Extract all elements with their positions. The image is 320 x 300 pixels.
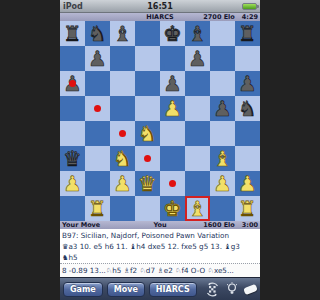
square-f7[interactable]: ♟ (185, 46, 210, 71)
battery-icon (242, 3, 257, 10)
square-a3[interactable]: ♛ (60, 146, 85, 171)
hint-dot (144, 155, 151, 162)
black-queen-piece: ♛ (60, 146, 85, 171)
square-c1[interactable] (110, 196, 135, 221)
square-d5[interactable] (135, 96, 160, 121)
square-f1[interactable]: ♝ (185, 196, 210, 221)
black-pawn-piece: ♟ (185, 46, 210, 71)
square-a2[interactable]: ♟ (60, 171, 85, 196)
square-g3[interactable]: ♝ (210, 146, 235, 171)
square-a6[interactable]: ♟ (60, 71, 85, 96)
white-pawn-piece: ♟ (210, 171, 235, 196)
square-h4[interactable] (235, 121, 260, 146)
square-a1[interactable] (60, 196, 85, 221)
square-c3[interactable]: ♞ (110, 146, 135, 171)
black-pawn-piece: ♟ (210, 96, 235, 121)
square-d8[interactable] (135, 21, 160, 46)
clock-time: 16:51 (60, 2, 260, 11)
hiarcs-button[interactable]: HIARCS (149, 282, 197, 297)
square-d2[interactable]: ♛ (135, 171, 160, 196)
white-pawn-piece: ♟ (160, 96, 185, 121)
square-b5[interactable] (85, 96, 110, 121)
square-f5[interactable] (185, 96, 210, 121)
square-b4[interactable] (85, 121, 110, 146)
black-knight-piece: ♞ (235, 96, 260, 121)
square-e5[interactable]: ♟ (160, 96, 185, 121)
square-d4[interactable]: ♞ (135, 121, 160, 146)
square-e1[interactable]: ♚ (160, 196, 185, 221)
square-h1[interactable]: ♜ (235, 196, 260, 221)
white-bishop-piece: ♝ (210, 146, 235, 171)
hint-lightbulb-icon[interactable] (225, 282, 239, 297)
white-rook-piece: ♜ (85, 196, 110, 221)
square-e8[interactable]: ♚ (160, 21, 185, 46)
square-f3[interactable] (185, 146, 210, 171)
square-a4[interactable] (60, 121, 85, 146)
player-rating: 1600 Elo (203, 221, 235, 229)
flip-board-icon[interactable] (205, 282, 220, 297)
black-pawn-piece: ♟ (85, 46, 110, 71)
square-h3[interactable] (235, 146, 260, 171)
square-h2[interactable]: ♟ (235, 171, 260, 196)
square-h5[interactable]: ♞ (235, 96, 260, 121)
square-d7[interactable] (135, 46, 160, 71)
square-d1[interactable] (135, 196, 160, 221)
white-knight-piece: ♞ (135, 121, 160, 146)
white-bishop-piece: ♝ (185, 196, 210, 221)
white-pawn-piece: ♟ (235, 171, 260, 196)
square-h8[interactable]: ♜ (235, 21, 260, 46)
white-pawn-piece: ♟ (60, 171, 85, 196)
square-b2[interactable] (85, 171, 110, 196)
hint-dot (119, 130, 126, 137)
square-b1[interactable]: ♜ (85, 196, 110, 221)
white-knight-piece: ♞ (110, 146, 135, 171)
chess-board[interactable]: ♜♞♝♚♝♜♟♟♟♟♟♟♟♞♞♛♞♝♟♟♛♟♟♜♚♝♜ (60, 21, 260, 221)
ios-status-bar: iPod 16:51 (60, 0, 260, 13)
square-b6[interactable] (85, 71, 110, 96)
square-d3[interactable] (135, 146, 160, 171)
square-f4[interactable] (185, 121, 210, 146)
square-e7[interactable] (160, 46, 185, 71)
square-a7[interactable] (60, 46, 85, 71)
hiarcs-chess-screen: iPod 16:51 HIARCS 2700 Elo 4:29 ♜♞♝♚♝♜♟♟… (60, 0, 260, 300)
square-e6[interactable]: ♟ (160, 71, 185, 96)
square-a5[interactable] (60, 96, 85, 121)
bottom-toolbar: Game Move HIARCS (60, 277, 260, 300)
white-rook-piece: ♜ (235, 196, 260, 221)
square-g7[interactable] (210, 46, 235, 71)
square-c4[interactable] (110, 121, 135, 146)
move-line: ♞h5 (62, 252, 258, 263)
black-pawn-piece: ♟ (235, 71, 260, 96)
black-bishop-piece: ♝ (110, 21, 135, 46)
square-d6[interactable] (135, 71, 160, 96)
square-g1[interactable] (210, 196, 235, 221)
move-button[interactable]: Move (107, 282, 145, 297)
square-c6[interactable] (110, 71, 135, 96)
player-clock: 3:00 (242, 221, 258, 229)
square-e2[interactable] (160, 171, 185, 196)
white-pawn-piece: ♟ (110, 171, 135, 196)
square-c2[interactable]: ♟ (110, 171, 135, 196)
player-bar: Your Move You 1600 Elo 3:00 (60, 221, 260, 229)
eraser-icon[interactable] (243, 283, 258, 294)
move-line: ♛a3 10. e5 h6 11. ♝h4 dxe5 12. fxe5 g5 1… (62, 241, 258, 252)
square-h6[interactable]: ♟ (235, 71, 260, 96)
hint-dot (169, 180, 176, 187)
square-e3[interactable] (160, 146, 185, 171)
square-b3[interactable] (85, 146, 110, 171)
square-g5[interactable]: ♟ (210, 96, 235, 121)
square-b8[interactable]: ♞ (85, 21, 110, 46)
square-g8[interactable] (210, 21, 235, 46)
black-knight-piece: ♞ (85, 21, 110, 46)
square-g4[interactable] (210, 121, 235, 146)
move-list[interactable]: B97: Sicilian, Najdorf, Poisoned Pawn Va… (60, 229, 260, 263)
square-f8[interactable]: ♝ (185, 21, 210, 46)
black-bishop-piece: ♝ (185, 21, 210, 46)
opening-name: B97: Sicilian, Najdorf, Poisoned Pawn Va… (62, 230, 258, 241)
square-c5[interactable] (110, 96, 135, 121)
opponent-clock: 4:29 (242, 13, 258, 21)
hint-dot (69, 80, 76, 87)
square-f6[interactable] (185, 71, 210, 96)
square-a8[interactable]: ♜ (60, 21, 85, 46)
square-c8[interactable]: ♝ (110, 21, 135, 46)
opponent-bar: HIARCS 2700 Elo 4:29 (60, 13, 260, 21)
square-e4[interactable] (160, 121, 185, 146)
black-rook-piece: ♜ (60, 21, 85, 46)
square-h7[interactable] (235, 46, 260, 71)
engine-analysis-line: 8 -0.89 13...♘h5 ♗f2 ♘d7 ♗e2 ♘f4 O-O ♘xe… (60, 263, 260, 277)
opponent-rating: 2700 Elo (203, 13, 235, 21)
black-rook-piece: ♜ (235, 21, 260, 46)
black-king-piece: ♚ (160, 21, 185, 46)
white-queen-piece: ♛ (135, 171, 160, 196)
black-pawn-piece: ♟ (160, 71, 185, 96)
game-button[interactable]: Game (63, 282, 103, 297)
square-g2[interactable]: ♟ (210, 171, 235, 196)
square-g6[interactable] (210, 71, 235, 96)
square-c7[interactable] (110, 46, 135, 71)
hint-dot (94, 105, 101, 112)
white-king-piece: ♚ (160, 196, 185, 221)
square-b7[interactable]: ♟ (85, 46, 110, 71)
square-f2[interactable] (185, 171, 210, 196)
